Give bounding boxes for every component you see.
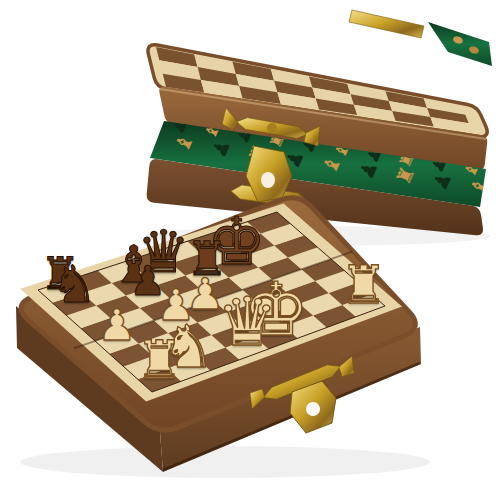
piece-white-rook-a1[interactable]: ♜ [136,334,183,386]
pieces-layer: ♚♛♜♝♜♟♞♜♟♟♚♟♛♞♜ [0,0,500,500]
piece-white-queen-d1[interactable]: ♛ [217,289,277,356]
piece-white-rook-h1[interactable]: ♜ [340,259,387,311]
chess-set-photo: ♟♝♟♜♟♝♟♜♟♝♝♟♜♟♝♟♜♟♝ ♚♛♜♝♜♟♞♜♟♟♚♟♛♞♜ [0,0,500,500]
piece-black-knight-a7[interactable]: ♞ [51,259,97,310]
piece-white-pawn-a4[interactable]: ♟ [97,304,136,347]
